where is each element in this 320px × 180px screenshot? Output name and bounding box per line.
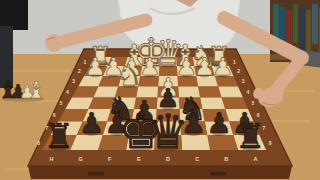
drawer-handle[interactable] — [88, 172, 104, 176]
file-label-h: H — [49, 156, 53, 162]
rank-label-right-8: 8 — [269, 140, 272, 146]
rank-label-left-5: 5 — [60, 100, 63, 106]
rank-label-left-2: 2 — [78, 68, 81, 74]
rank-label-right-2: 2 — [237, 68, 240, 74]
book-spine — [312, 4, 318, 44]
board-front-face — [28, 166, 292, 179]
piece-black-rook-a8[interactable]: ♜ — [235, 116, 266, 156]
piece-black-pawn-b7[interactable]: ♟ — [206, 106, 232, 140]
rank-label-left-4: 4 — [66, 89, 69, 95]
piece-white-knight-f3[interactable]: ♞ — [116, 58, 142, 92]
book-spine — [293, 4, 298, 43]
piece-black-rook-h8[interactable]: ♜ — [43, 116, 74, 156]
piece-black-king-e8[interactable]: ♚ — [118, 102, 163, 160]
book-spine — [299, 7, 305, 51]
monitor — [0, 0, 28, 30]
file-label-g: G — [78, 156, 82, 162]
left-fist — [45, 34, 63, 52]
file-label-b: B — [224, 156, 228, 162]
rank-label-right-4: 4 — [246, 89, 249, 95]
file-label-c: C — [195, 156, 199, 162]
rank-label-right-3: 3 — [242, 78, 245, 84]
piece-white-pawn-h2[interactable]: ♟ — [84, 53, 106, 81]
file-label-a: A — [253, 156, 257, 162]
rank-label-left-3: 3 — [72, 78, 75, 84]
piece-black-pawn-g7[interactable]: ♟ — [79, 106, 105, 140]
captured-piece-white-b[interactable]: ♝ — [26, 77, 47, 103]
video-frame: ♝♟♟♝HGFEDCBA1122334455667788♜♞♝♛♚♝♜♟♟♟♟♟… — [0, 0, 320, 180]
rank-label-left-8: 8 — [37, 140, 40, 146]
drawer-handle[interactable] — [210, 172, 226, 176]
